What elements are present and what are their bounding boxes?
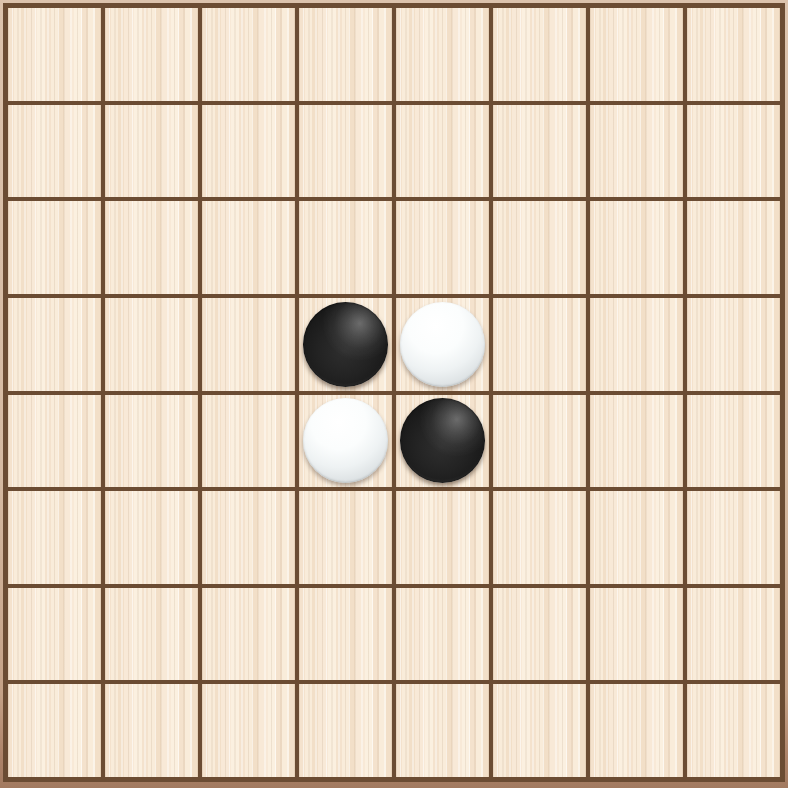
cell-d5[interactable] bbox=[299, 395, 392, 488]
board-frame bbox=[3, 3, 785, 782]
cell-e3[interactable] bbox=[396, 201, 489, 294]
cell-h4[interactable] bbox=[687, 298, 780, 391]
cell-h2[interactable] bbox=[687, 105, 780, 198]
cell-g5[interactable] bbox=[590, 395, 683, 488]
cell-c6[interactable] bbox=[202, 491, 295, 584]
cell-d6[interactable] bbox=[299, 491, 392, 584]
cell-h7[interactable] bbox=[687, 588, 780, 681]
cell-d4[interactable] bbox=[299, 298, 392, 391]
cell-a1[interactable] bbox=[8, 8, 101, 101]
cell-e4[interactable] bbox=[396, 298, 489, 391]
cell-a6[interactable] bbox=[8, 491, 101, 584]
cell-d3[interactable] bbox=[299, 201, 392, 294]
white-disc bbox=[400, 302, 486, 387]
cell-e8[interactable] bbox=[396, 684, 489, 777]
cell-f8[interactable] bbox=[493, 684, 586, 777]
cell-a4[interactable] bbox=[8, 298, 101, 391]
black-disc bbox=[400, 398, 486, 483]
cell-b5[interactable] bbox=[105, 395, 198, 488]
black-disc bbox=[303, 302, 389, 387]
cell-b8[interactable] bbox=[105, 684, 198, 777]
board-grid bbox=[8, 8, 780, 777]
cell-e1[interactable] bbox=[396, 8, 489, 101]
cell-b1[interactable] bbox=[105, 8, 198, 101]
cell-c1[interactable] bbox=[202, 8, 295, 101]
cell-c2[interactable] bbox=[202, 105, 295, 198]
cell-g2[interactable] bbox=[590, 105, 683, 198]
cell-f6[interactable] bbox=[493, 491, 586, 584]
cell-d2[interactable] bbox=[299, 105, 392, 198]
cell-a5[interactable] bbox=[8, 395, 101, 488]
cell-e5[interactable] bbox=[396, 395, 489, 488]
cell-c4[interactable] bbox=[202, 298, 295, 391]
cell-f7[interactable] bbox=[493, 588, 586, 681]
cell-f5[interactable] bbox=[493, 395, 586, 488]
cell-h6[interactable] bbox=[687, 491, 780, 584]
cell-h1[interactable] bbox=[687, 8, 780, 101]
cell-h8[interactable] bbox=[687, 684, 780, 777]
cell-d1[interactable] bbox=[299, 8, 392, 101]
cell-g4[interactable] bbox=[590, 298, 683, 391]
cell-a7[interactable] bbox=[8, 588, 101, 681]
cell-f2[interactable] bbox=[493, 105, 586, 198]
cell-b6[interactable] bbox=[105, 491, 198, 584]
cell-c7[interactable] bbox=[202, 588, 295, 681]
cell-h5[interactable] bbox=[687, 395, 780, 488]
white-disc bbox=[303, 398, 389, 483]
cell-c5[interactable] bbox=[202, 395, 295, 488]
cell-g8[interactable] bbox=[590, 684, 683, 777]
cell-f1[interactable] bbox=[493, 8, 586, 101]
cell-e7[interactable] bbox=[396, 588, 489, 681]
cell-g3[interactable] bbox=[590, 201, 683, 294]
cell-b3[interactable] bbox=[105, 201, 198, 294]
cell-h3[interactable] bbox=[687, 201, 780, 294]
cell-a3[interactable] bbox=[8, 201, 101, 294]
cell-d7[interactable] bbox=[299, 588, 392, 681]
cell-g1[interactable] bbox=[590, 8, 683, 101]
cell-a8[interactable] bbox=[8, 684, 101, 777]
cell-e6[interactable] bbox=[396, 491, 489, 584]
cell-b2[interactable] bbox=[105, 105, 198, 198]
cell-f3[interactable] bbox=[493, 201, 586, 294]
cell-f4[interactable] bbox=[493, 298, 586, 391]
cell-e2[interactable] bbox=[396, 105, 489, 198]
cell-g7[interactable] bbox=[590, 588, 683, 681]
board-outer-edge bbox=[0, 0, 788, 788]
cell-a2[interactable] bbox=[8, 105, 101, 198]
cell-d8[interactable] bbox=[299, 684, 392, 777]
cell-c3[interactable] bbox=[202, 201, 295, 294]
cell-b4[interactable] bbox=[105, 298, 198, 391]
cell-b7[interactable] bbox=[105, 588, 198, 681]
cell-c8[interactable] bbox=[202, 684, 295, 777]
cell-g6[interactable] bbox=[590, 491, 683, 584]
